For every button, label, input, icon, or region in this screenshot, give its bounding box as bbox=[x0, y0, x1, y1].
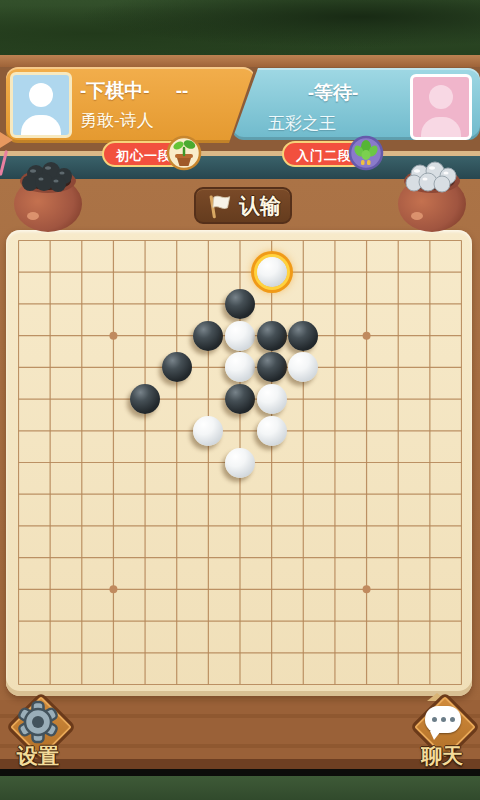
person-silhouette-icon bbox=[13, 75, 69, 135]
stone-white bbox=[225, 321, 255, 351]
speech-bubble-icon bbox=[425, 706, 461, 733]
stone-black bbox=[130, 384, 160, 414]
black-stone-bowl bbox=[6, 156, 90, 236]
chat-button-label: 聊天 bbox=[407, 742, 477, 770]
stone-black bbox=[225, 289, 255, 319]
stone-black bbox=[288, 321, 318, 351]
stone-black bbox=[257, 352, 287, 382]
left-player-dashes: -- bbox=[176, 80, 189, 102]
resign-button-label: 认输 bbox=[239, 192, 281, 220]
stone-black bbox=[162, 352, 192, 382]
stone-white bbox=[257, 384, 287, 414]
chat-button[interactable]: 聊天 bbox=[407, 698, 477, 768]
stone-white bbox=[193, 416, 223, 446]
person-silhouette-icon bbox=[413, 77, 469, 137]
plant-icon bbox=[348, 135, 384, 171]
right-player-status: -等待- bbox=[308, 82, 359, 103]
stone-black bbox=[225, 384, 255, 414]
gomoku-board[interactable] bbox=[6, 230, 472, 696]
white-flag-icon bbox=[205, 191, 235, 221]
sprout-in-pot-icon bbox=[166, 135, 202, 171]
settings-button[interactable]: 设置 bbox=[3, 698, 73, 768]
shadow-strip bbox=[0, 769, 480, 776]
left-player-status: -下棋中- bbox=[80, 78, 150, 104]
resign-button[interactable]: 认输 bbox=[194, 187, 292, 224]
stone-white bbox=[257, 416, 287, 446]
green-floor-strip bbox=[0, 776, 480, 800]
settings-button-label: 设置 bbox=[3, 742, 73, 770]
stone-white bbox=[257, 257, 287, 287]
background-trees bbox=[0, 0, 480, 56]
gear-icon bbox=[16, 700, 60, 744]
right-player-name: 五彩之王 bbox=[268, 112, 336, 135]
right-player-avatar[interactable] bbox=[410, 74, 472, 140]
stone-white bbox=[225, 448, 255, 478]
left-player-name: 勇敢-诗人 bbox=[80, 109, 154, 132]
drawer-arrow-icon[interactable] bbox=[0, 132, 13, 148]
left-player-avatar[interactable] bbox=[10, 72, 72, 138]
stone-black bbox=[257, 321, 287, 351]
stone-black bbox=[193, 321, 223, 351]
white-stone-bowl bbox=[390, 156, 474, 236]
